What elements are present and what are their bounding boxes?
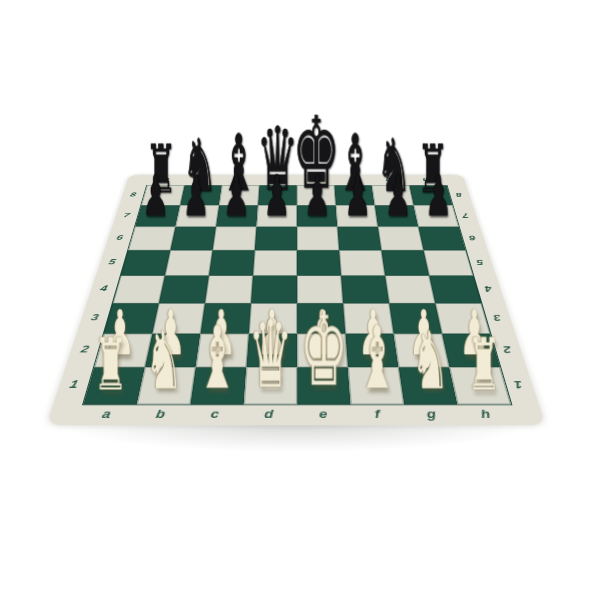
square-g1[interactable]: ♞ (399, 367, 458, 404)
piece-black-pawn[interactable]: ♟ (263, 168, 290, 225)
square-b7[interactable]: ♟ (175, 205, 219, 227)
square-g6[interactable] (378, 227, 424, 250)
square-g5[interactable] (381, 250, 429, 275)
file-label-g: g (403, 404, 461, 424)
square-a5[interactable] (121, 250, 171, 275)
piece-black-pawn[interactable]: ♟ (223, 168, 250, 225)
piece-black-pawn[interactable]: ♟ (344, 168, 371, 225)
square-h7[interactable]: ♟ (414, 205, 459, 227)
square-e7[interactable]: ♟ (297, 205, 338, 227)
square-f1[interactable]: ♝ (348, 367, 404, 404)
piece-white-bishop[interactable]: ♝ (197, 314, 238, 401)
square-c6[interactable] (213, 227, 257, 250)
file-label-d: d (241, 404, 296, 424)
file-label-h: h (456, 404, 515, 424)
rank-label-6: 6 (105, 226, 133, 249)
square-h5[interactable] (424, 250, 474, 275)
square-c5[interactable] (209, 250, 255, 275)
chess-scene: ♜♞♝♛♚♝♞♜♟♟♟♟♟♟♟♟♟♟♟♟♟♟♟♟♜♞♝♛♚♝♞♜ aabbccd… (0, 0, 600, 600)
square-a6[interactable] (128, 227, 175, 250)
piece-black-pawn[interactable]: ♟ (303, 168, 330, 225)
mat: ♜♞♝♛♚♝♞♜♟♟♟♟♟♟♟♟♟♟♟♟♟♟♟♟♜♞♝♛♚♝♞♜ aabbccd… (46, 175, 546, 426)
piece-white-rook[interactable]: ♜ (467, 329, 501, 401)
piece-white-rook[interactable]: ♜ (93, 329, 127, 401)
square-b5[interactable] (165, 250, 213, 275)
square-b1[interactable]: ♞ (137, 367, 196, 404)
rank-label-6: 6 (459, 226, 487, 249)
file-label-b: b (131, 404, 189, 424)
square-a7[interactable]: ♟ (135, 205, 180, 227)
square-h6[interactable] (418, 227, 465, 250)
square-g7[interactable]: ♟ (375, 205, 419, 227)
square-c7[interactable]: ♟ (216, 205, 258, 227)
square-d7[interactable]: ♟ (256, 205, 296, 227)
piece-black-pawn[interactable]: ♟ (384, 168, 411, 225)
square-e5[interactable] (297, 250, 341, 275)
square-d6[interactable] (255, 227, 297, 250)
piece-white-knight[interactable]: ♞ (145, 321, 183, 401)
piece-white-bishop[interactable]: ♝ (356, 314, 397, 401)
square-f5[interactable] (339, 250, 385, 275)
piece-black-pawn[interactable]: ♟ (182, 168, 209, 225)
piece-black-pawn[interactable]: ♟ (425, 168, 452, 225)
piece-white-queen[interactable]: ♛ (248, 308, 293, 401)
square-f7[interactable]: ♟ (336, 205, 378, 227)
piece-black-pawn[interactable]: ♟ (142, 168, 169, 225)
file-label-e: e (296, 404, 351, 424)
piece-white-king[interactable]: ♚ (300, 299, 348, 400)
square-d1[interactable]: ♛ (244, 367, 297, 404)
square-c1[interactable]: ♝ (190, 367, 246, 404)
square-e6[interactable] (297, 227, 339, 250)
file-label-a: a (76, 404, 135, 424)
square-a1[interactable]: ♜ (83, 367, 145, 404)
piece-white-knight[interactable]: ♞ (411, 321, 449, 401)
file-label-f: f (349, 404, 405, 424)
board-grid: ♜♞♝♛♚♝♞♜♟♟♟♟♟♟♟♟♟♟♟♟♟♟♟♟♜♞♝♛♚♝♞♜ (82, 185, 512, 405)
square-d5[interactable] (253, 250, 297, 275)
square-b6[interactable] (170, 227, 216, 250)
square-e1[interactable]: ♚ (297, 367, 351, 404)
file-label-c: c (186, 404, 242, 424)
square-f6[interactable] (337, 227, 381, 250)
